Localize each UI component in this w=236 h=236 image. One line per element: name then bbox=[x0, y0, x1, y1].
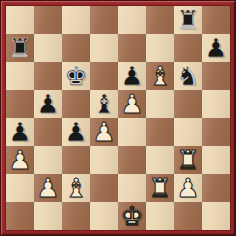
square-h8[interactable] bbox=[202, 6, 230, 34]
white-rook-f2[interactable]: ♜ bbox=[148, 174, 171, 202]
black-king-c6[interactable]: ♚ bbox=[64, 62, 87, 90]
square-b5[interactable]: ♟ bbox=[34, 90, 62, 118]
square-f6[interactable]: ♝ bbox=[146, 62, 174, 90]
square-h6[interactable] bbox=[202, 62, 230, 90]
square-b1[interactable] bbox=[34, 202, 62, 230]
square-a8[interactable] bbox=[6, 6, 34, 34]
square-c7[interactable] bbox=[62, 34, 90, 62]
square-a6[interactable] bbox=[6, 62, 34, 90]
square-b3[interactable] bbox=[34, 146, 62, 174]
square-c5[interactable] bbox=[62, 90, 90, 118]
square-e8[interactable] bbox=[118, 6, 146, 34]
square-d6[interactable] bbox=[90, 62, 118, 90]
square-f3[interactable] bbox=[146, 146, 174, 174]
square-g2[interactable]: ♟ bbox=[174, 174, 202, 202]
square-d4[interactable]: ♟ bbox=[90, 118, 118, 146]
square-g3[interactable]: ♜ bbox=[174, 146, 202, 174]
white-king-e1[interactable]: ♚ bbox=[120, 202, 143, 230]
black-pawn-b5[interactable]: ♟ bbox=[36, 90, 59, 118]
black-pawn-c4[interactable]: ♟ bbox=[64, 118, 87, 146]
square-b4[interactable] bbox=[34, 118, 62, 146]
square-g4[interactable] bbox=[174, 118, 202, 146]
square-a5[interactable] bbox=[6, 90, 34, 118]
square-a3[interactable]: ♟ bbox=[6, 146, 34, 174]
square-h4[interactable] bbox=[202, 118, 230, 146]
white-pawn-b2[interactable]: ♟ bbox=[36, 174, 59, 202]
square-f7[interactable] bbox=[146, 34, 174, 62]
white-pawn-a3[interactable]: ♟ bbox=[8, 146, 31, 174]
square-a2[interactable] bbox=[6, 174, 34, 202]
square-a1[interactable] bbox=[6, 202, 34, 230]
black-rook-g8[interactable]: ♜ bbox=[176, 6, 199, 34]
square-d5[interactable]: ♝ bbox=[90, 90, 118, 118]
square-g1[interactable] bbox=[174, 202, 202, 230]
white-pawn-g2[interactable]: ♟ bbox=[176, 174, 199, 202]
square-g6[interactable]: ♞ bbox=[174, 62, 202, 90]
white-pawn-e5[interactable]: ♟ bbox=[120, 90, 143, 118]
square-g8[interactable]: ♜ bbox=[174, 6, 202, 34]
square-f2[interactable]: ♜ bbox=[146, 174, 174, 202]
square-h2[interactable] bbox=[202, 174, 230, 202]
square-f4[interactable] bbox=[146, 118, 174, 146]
square-d3[interactable] bbox=[90, 146, 118, 174]
square-d8[interactable] bbox=[90, 6, 118, 34]
square-e4[interactable] bbox=[118, 118, 146, 146]
black-pawn-e6[interactable]: ♟ bbox=[120, 62, 143, 90]
square-b2[interactable]: ♟ bbox=[34, 174, 62, 202]
square-f1[interactable] bbox=[146, 202, 174, 230]
square-e6[interactable]: ♟ bbox=[118, 62, 146, 90]
black-pawn-a4[interactable]: ♟ bbox=[8, 118, 31, 146]
square-g5[interactable] bbox=[174, 90, 202, 118]
square-d2[interactable] bbox=[90, 174, 118, 202]
square-b8[interactable] bbox=[34, 6, 62, 34]
square-c1[interactable] bbox=[62, 202, 90, 230]
square-c6[interactable]: ♚ bbox=[62, 62, 90, 90]
square-b6[interactable] bbox=[34, 62, 62, 90]
square-g7[interactable] bbox=[174, 34, 202, 62]
square-c4[interactable]: ♟ bbox=[62, 118, 90, 146]
chess-board: ♜♜♟♚♟♝♞♟♝♟♟♟♟♟♜♟♝♜♟♚ bbox=[6, 6, 230, 230]
white-bishop-c2[interactable]: ♝ bbox=[64, 174, 87, 202]
square-a7[interactable]: ♜ bbox=[6, 34, 34, 62]
board-frame: ♜♜♟♚♟♝♞♟♝♟♟♟♟♟♜♟♝♜♟♚ bbox=[0, 0, 236, 236]
square-e5[interactable]: ♟ bbox=[118, 90, 146, 118]
square-c8[interactable] bbox=[62, 6, 90, 34]
square-h7[interactable]: ♟ bbox=[202, 34, 230, 62]
square-d1[interactable] bbox=[90, 202, 118, 230]
square-f8[interactable] bbox=[146, 6, 174, 34]
black-knight-g6[interactable]: ♞ bbox=[176, 62, 199, 90]
square-a4[interactable]: ♟ bbox=[6, 118, 34, 146]
square-b7[interactable] bbox=[34, 34, 62, 62]
square-e7[interactable] bbox=[118, 34, 146, 62]
black-rook-a7[interactable]: ♜ bbox=[8, 34, 31, 62]
white-bishop-f6[interactable]: ♝ bbox=[148, 62, 171, 90]
square-e3[interactable] bbox=[118, 146, 146, 174]
black-pawn-h7[interactable]: ♟ bbox=[204, 34, 227, 62]
square-c2[interactable]: ♝ bbox=[62, 174, 90, 202]
square-f5[interactable] bbox=[146, 90, 174, 118]
square-e1[interactable]: ♚ bbox=[118, 202, 146, 230]
square-d7[interactable] bbox=[90, 34, 118, 62]
square-h5[interactable] bbox=[202, 90, 230, 118]
white-pawn-d4[interactable]: ♟ bbox=[92, 118, 115, 146]
square-e2[interactable] bbox=[118, 174, 146, 202]
black-bishop-d5[interactable]: ♝ bbox=[92, 90, 115, 118]
white-rook-g3[interactable]: ♜ bbox=[176, 146, 199, 174]
square-h1[interactable] bbox=[202, 202, 230, 230]
square-c3[interactable] bbox=[62, 146, 90, 174]
square-h3[interactable] bbox=[202, 146, 230, 174]
